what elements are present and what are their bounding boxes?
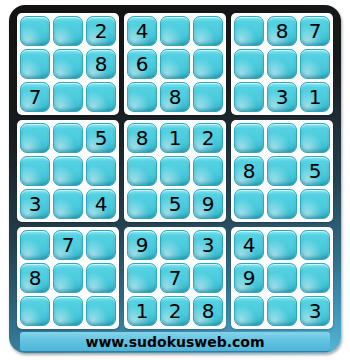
sudoku-cell[interactable]: 7 xyxy=(160,263,190,293)
sudoku-cell[interactable]: 5 xyxy=(300,156,330,186)
sudoku-cell[interactable] xyxy=(20,296,50,326)
sudoku-cell[interactable]: 1 xyxy=(300,82,330,112)
sudoku-cell[interactable]: 4 xyxy=(127,16,157,46)
sudoku-cell[interactable] xyxy=(53,156,83,186)
sudoku-cell[interactable]: 7 xyxy=(20,82,50,112)
sudoku-cell[interactable] xyxy=(193,16,223,46)
sudoku-cell[interactable] xyxy=(300,230,330,260)
footer-bar: www.sudokusweb.com xyxy=(20,332,330,352)
footer-url: www.sudokusweb.com xyxy=(85,334,264,350)
sudoku-cell[interactable] xyxy=(53,123,83,153)
sudoku-cell[interactable] xyxy=(267,156,297,186)
sudoku-cell[interactable]: 4 xyxy=(86,189,116,219)
sudoku-cell[interactable] xyxy=(53,189,83,219)
sudoku-cell[interactable] xyxy=(86,296,116,326)
sudoku-cell[interactable]: 4 xyxy=(234,230,264,260)
sudoku-cell[interactable] xyxy=(53,82,83,112)
sudoku-cell[interactable] xyxy=(300,263,330,293)
sudoku-board: 2874688731534812598578937128493 xyxy=(17,13,333,329)
sudoku-cell[interactable] xyxy=(234,189,264,219)
sudoku-cell[interactable] xyxy=(300,189,330,219)
sudoku-block: 85 xyxy=(231,120,333,222)
sudoku-cell[interactable]: 2 xyxy=(160,296,190,326)
sudoku-cell[interactable] xyxy=(20,123,50,153)
sudoku-cell[interactable]: 7 xyxy=(300,16,330,46)
sudoku-cell[interactable] xyxy=(53,296,83,326)
sudoku-cell[interactable] xyxy=(267,189,297,219)
sudoku-cell[interactable]: 8 xyxy=(127,123,157,153)
sudoku-cell[interactable] xyxy=(234,296,264,326)
sudoku-cell[interactable] xyxy=(267,230,297,260)
sudoku-block: 534 xyxy=(17,120,119,222)
sudoku-cell[interactable] xyxy=(53,263,83,293)
sudoku-cell[interactable] xyxy=(20,49,50,79)
sudoku-cell[interactable]: 2 xyxy=(193,123,223,153)
sudoku-cell[interactable]: 2 xyxy=(86,16,116,46)
sudoku-cell[interactable]: 8 xyxy=(20,263,50,293)
sudoku-cell[interactable]: 5 xyxy=(86,123,116,153)
sudoku-cell[interactable]: 3 xyxy=(193,230,223,260)
sudoku-cell[interactable]: 3 xyxy=(300,296,330,326)
sudoku-cell[interactable] xyxy=(160,16,190,46)
sudoku-cell[interactable]: 8 xyxy=(234,156,264,186)
sudoku-cell[interactable] xyxy=(20,230,50,260)
sudoku-cell[interactable]: 7 xyxy=(53,230,83,260)
sudoku-cell[interactable] xyxy=(53,16,83,46)
sudoku-cell[interactable] xyxy=(20,16,50,46)
sudoku-cell[interactable] xyxy=(300,49,330,79)
sudoku-cell[interactable]: 1 xyxy=(160,123,190,153)
sudoku-cell[interactable] xyxy=(127,82,157,112)
sudoku-cell[interactable] xyxy=(300,123,330,153)
sudoku-cell[interactable] xyxy=(86,156,116,186)
sudoku-cell[interactable] xyxy=(193,49,223,79)
sudoku-cell[interactable]: 8 xyxy=(267,16,297,46)
sudoku-cell[interactable] xyxy=(193,263,223,293)
sudoku-cell[interactable]: 8 xyxy=(193,296,223,326)
sudoku-cell[interactable]: 1 xyxy=(127,296,157,326)
sudoku-cell[interactable]: 9 xyxy=(234,263,264,293)
sudoku-cell[interactable] xyxy=(160,156,190,186)
sudoku-cell[interactable] xyxy=(193,82,223,112)
sudoku-block: 493 xyxy=(231,227,333,329)
sudoku-cell[interactable]: 5 xyxy=(160,189,190,219)
sudoku-cell[interactable] xyxy=(193,156,223,186)
sudoku-block: 287 xyxy=(17,13,119,115)
sudoku-cell[interactable] xyxy=(234,16,264,46)
sudoku-cell[interactable]: 9 xyxy=(193,189,223,219)
sudoku-cell[interactable] xyxy=(267,123,297,153)
sudoku-cell[interactable] xyxy=(160,49,190,79)
sudoku-cell[interactable] xyxy=(234,49,264,79)
sudoku-page: 2874688731534812598578937128493 www.sudo… xyxy=(0,0,350,360)
sudoku-cell[interactable] xyxy=(267,296,297,326)
sudoku-cell[interactable] xyxy=(160,230,190,260)
sudoku-cell[interactable]: 3 xyxy=(267,82,297,112)
sudoku-cell[interactable] xyxy=(20,156,50,186)
sudoku-block: 468 xyxy=(124,13,226,115)
sudoku-cell[interactable] xyxy=(86,230,116,260)
sudoku-cell[interactable]: 9 xyxy=(127,230,157,260)
sudoku-cell[interactable]: 8 xyxy=(160,82,190,112)
sudoku-cell[interactable] xyxy=(127,263,157,293)
sudoku-block: 81259 xyxy=(124,120,226,222)
board-frame: 2874688731534812598578937128493 www.sudo… xyxy=(9,5,341,353)
sudoku-cell[interactable] xyxy=(267,263,297,293)
sudoku-cell[interactable] xyxy=(86,82,116,112)
sudoku-cell[interactable] xyxy=(234,123,264,153)
sudoku-block: 8731 xyxy=(231,13,333,115)
sudoku-cell[interactable]: 6 xyxy=(127,49,157,79)
sudoku-cell[interactable] xyxy=(127,156,157,186)
sudoku-block: 78 xyxy=(17,227,119,329)
sudoku-cell[interactable] xyxy=(234,82,264,112)
sudoku-cell[interactable] xyxy=(53,49,83,79)
sudoku-cell[interactable] xyxy=(86,263,116,293)
sudoku-cell[interactable]: 3 xyxy=(20,189,50,219)
sudoku-cell[interactable] xyxy=(267,49,297,79)
sudoku-cell[interactable]: 8 xyxy=(86,49,116,79)
sudoku-cell[interactable] xyxy=(127,189,157,219)
sudoku-block: 937128 xyxy=(124,227,226,329)
